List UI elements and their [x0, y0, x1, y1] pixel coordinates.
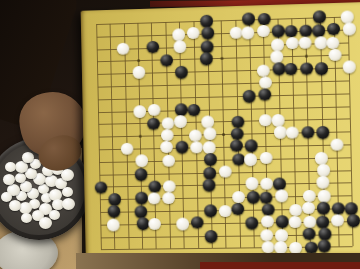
white-stone — [304, 216, 317, 229]
black-stone — [315, 62, 328, 75]
red-background-banner-bottom — [200, 262, 360, 269]
white-stone — [299, 37, 312, 50]
white-stone — [244, 154, 257, 167]
bowl-white-stone — [62, 187, 73, 197]
white-stone — [148, 192, 161, 204]
white-stone — [160, 141, 173, 153]
black-stone — [136, 217, 149, 229]
bowl-white-stone — [62, 198, 75, 210]
white-stone — [260, 229, 273, 241]
black-stone — [135, 192, 148, 204]
black-stone — [175, 104, 188, 116]
white-stone — [271, 39, 284, 52]
white-stone — [302, 202, 315, 215]
black-stone — [230, 140, 243, 153]
white-stone — [176, 218, 189, 230]
white-stone — [275, 229, 288, 241]
white-stone — [275, 190, 288, 203]
grid-line-horizontal — [98, 93, 350, 100]
black-stone — [261, 203, 274, 215]
white-stone — [286, 37, 299, 50]
black-stone — [316, 216, 329, 229]
white-stone — [273, 126, 286, 139]
black-stone — [204, 205, 217, 217]
white-stone — [328, 48, 341, 61]
black-stone — [303, 228, 316, 240]
black-stone — [191, 216, 204, 228]
black-stone — [276, 215, 289, 227]
white-stone — [203, 141, 216, 153]
black-stone — [204, 167, 217, 179]
white-stone — [117, 42, 130, 54]
white-stone — [229, 27, 242, 40]
black-stone — [200, 15, 213, 28]
black-stone — [201, 41, 214, 54]
bowl-white-stone — [21, 213, 32, 223]
bowl-white-stone — [39, 217, 52, 229]
white-stone — [245, 177, 258, 189]
white-stone — [316, 176, 329, 189]
black-stone — [300, 25, 313, 38]
black-stone — [175, 141, 188, 153]
black-stone — [187, 104, 200, 117]
black-stone — [232, 153, 245, 166]
white-stone — [259, 114, 272, 127]
white-stone — [341, 11, 354, 24]
star-point — [222, 133, 225, 136]
black-stone — [148, 180, 161, 192]
black-stone — [245, 140, 258, 153]
bowl-white-stone — [3, 174, 15, 185]
white-stone — [232, 191, 245, 203]
white-stone — [270, 50, 283, 63]
black-stone — [247, 191, 260, 203]
star-point — [220, 57, 223, 60]
black-stone — [312, 25, 325, 38]
white-stone — [133, 66, 146, 78]
black-stone — [273, 178, 286, 191]
black-stone — [332, 202, 345, 215]
grid-line-horizontal — [98, 119, 350, 125]
white-stone — [272, 114, 285, 127]
black-stone — [204, 153, 217, 165]
black-stone — [147, 117, 160, 129]
star-point — [138, 134, 141, 137]
white-stone — [331, 214, 344, 227]
white-stone — [174, 115, 187, 127]
white-stone — [262, 241, 275, 253]
white-stone — [174, 40, 187, 53]
white-stone — [148, 103, 161, 115]
white-stone — [187, 27, 200, 40]
white-stone — [202, 116, 215, 129]
bowl-white-stone — [15, 173, 26, 183]
white-stone — [162, 155, 175, 167]
white-stone — [317, 164, 330, 177]
black-stone — [285, 62, 298, 75]
black-stone — [318, 228, 331, 241]
white-stone — [133, 105, 146, 117]
black-stone — [317, 202, 330, 215]
white-stone — [219, 205, 232, 217]
black-stone — [327, 23, 340, 36]
black-stone — [316, 126, 329, 139]
white-stone — [172, 29, 185, 42]
white-stone — [259, 152, 272, 165]
grid-line-horizontal — [97, 80, 349, 87]
black-stone — [146, 40, 159, 53]
white-stone — [203, 127, 216, 139]
black-stone — [231, 116, 244, 129]
black-stone — [242, 13, 255, 26]
white-stone — [288, 216, 301, 228]
black-stone — [313, 11, 326, 24]
black-stone — [301, 126, 314, 139]
white-stone — [257, 25, 270, 38]
white-stone — [163, 180, 176, 192]
bowl-white-stone — [15, 161, 28, 173]
white-stone — [331, 138, 344, 151]
white-stone — [318, 190, 331, 203]
white-stone — [343, 23, 356, 36]
white-stone — [188, 129, 201, 141]
white-stone — [219, 165, 232, 177]
black-stone — [272, 62, 285, 75]
white-stone — [107, 219, 120, 231]
white-stone — [261, 215, 274, 227]
white-stone — [259, 76, 272, 89]
grid-line-horizontal — [96, 17, 348, 25]
white-stone — [162, 117, 175, 129]
white-stone — [327, 37, 340, 50]
bowl-white-stone — [19, 202, 32, 214]
white-stone — [303, 190, 316, 203]
black-stone — [284, 25, 297, 38]
black-stone — [231, 203, 244, 215]
white-stone — [286, 126, 299, 139]
bowl-white-stone — [22, 152, 34, 163]
white-stone — [260, 177, 273, 190]
black-stone — [94, 182, 107, 194]
black-stone — [175, 66, 188, 79]
bowl-white-stone — [61, 169, 74, 181]
black-stone — [246, 217, 259, 229]
go-game-photo — [0, 0, 360, 269]
black-stone — [345, 202, 358, 215]
black-stone — [258, 88, 271, 101]
white-stone — [149, 218, 162, 230]
star-point — [305, 54, 308, 57]
go-board — [81, 2, 360, 259]
black-stone — [135, 206, 148, 218]
black-stone — [317, 240, 330, 252]
black-stone — [202, 27, 215, 40]
black-stone — [231, 128, 244, 141]
white-stone — [343, 60, 356, 73]
bowl-white-stone — [1, 192, 12, 202]
bowl-white-stone — [5, 162, 16, 172]
white-stone — [289, 241, 302, 253]
white-stone — [315, 152, 328, 165]
white-stone — [274, 241, 287, 253]
black-stone — [200, 52, 213, 65]
black-stone — [260, 191, 273, 203]
black-stone — [203, 179, 216, 191]
white-stone — [161, 129, 174, 141]
white-stone — [257, 64, 270, 77]
white-stone — [162, 192, 175, 204]
grid-line-horizontal — [99, 144, 351, 150]
white-stone — [135, 154, 148, 166]
white-stone — [190, 141, 203, 153]
white-stone — [121, 143, 134, 155]
black-stone — [243, 90, 256, 103]
black-stone — [257, 13, 270, 26]
white-stone — [289, 204, 302, 217]
black-stone — [161, 54, 174, 67]
black-stone — [272, 25, 285, 38]
black-stone — [300, 62, 313, 75]
black-stone — [108, 205, 121, 217]
star-point — [137, 59, 140, 62]
white-stone — [314, 37, 327, 50]
black-stone — [108, 193, 121, 205]
bowl-white-stone — [9, 200, 21, 211]
black-stone — [205, 230, 218, 242]
grid-line-horizontal — [100, 183, 352, 188]
white-stone — [242, 27, 255, 40]
black-stone — [134, 168, 147, 180]
black-stone — [347, 214, 360, 227]
